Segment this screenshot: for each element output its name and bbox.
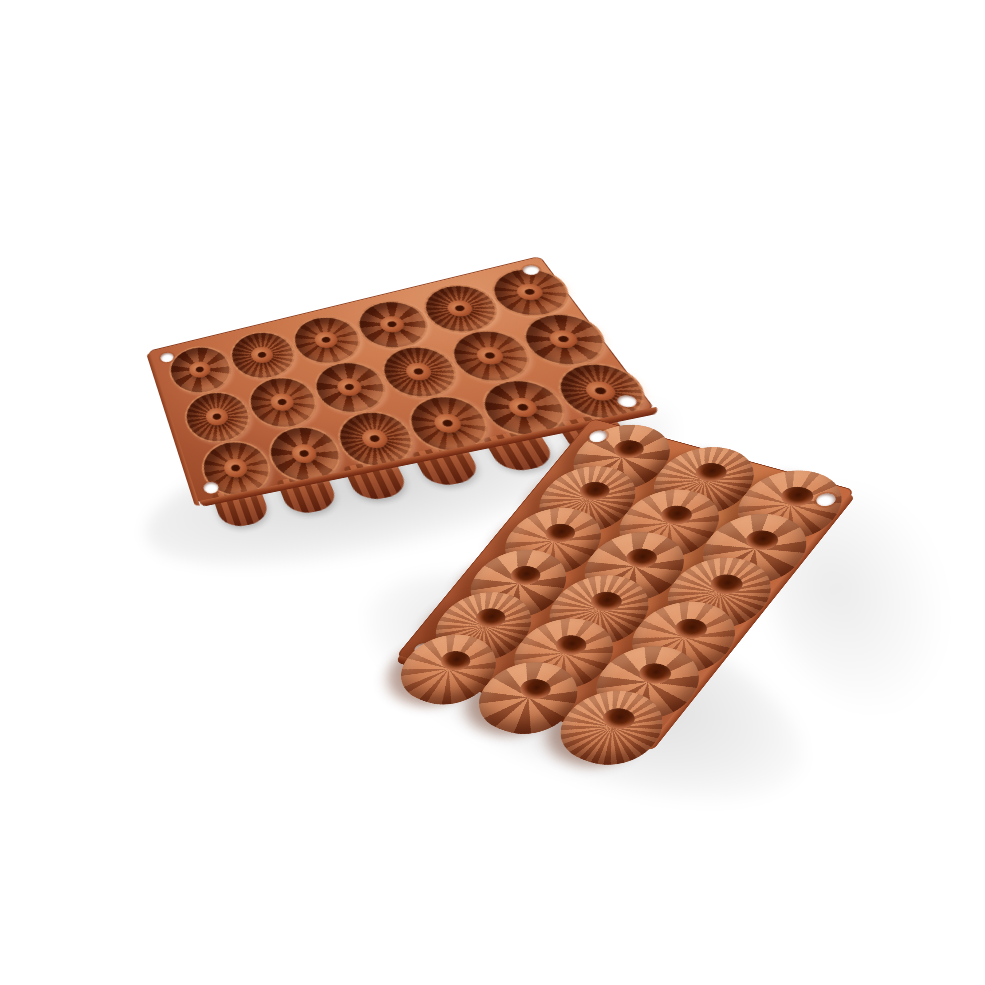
dome-crater (656, 503, 696, 527)
cavity-center-post (545, 328, 582, 350)
cavity-center-post (268, 391, 297, 413)
cavity-center-post (444, 298, 476, 319)
dome-crater (598, 705, 639, 732)
dome-crater (741, 528, 782, 553)
dome-crater (515, 676, 555, 702)
dome-crater (586, 589, 626, 614)
dome-crater (551, 632, 591, 658)
cavity-center-post (430, 411, 465, 435)
cavity-center-post (289, 442, 320, 465)
cavity-center-post (334, 376, 365, 398)
dome-crater (621, 546, 661, 571)
dome-crater (706, 572, 747, 597)
cavity-center-post (513, 281, 547, 302)
cavity-center-post (187, 360, 213, 380)
cavity-center-post (402, 361, 435, 383)
dome-crater (634, 660, 675, 686)
product-photo-stage (0, 0, 985, 985)
dome-crater (506, 563, 545, 587)
dome-crater (541, 521, 580, 545)
dome-crater (436, 648, 474, 673)
dome-crater (609, 438, 648, 461)
dome-crater (776, 484, 817, 508)
cavity-center-post (359, 427, 392, 450)
cavity-center-post (203, 406, 230, 427)
cavity-center-post (377, 314, 408, 335)
cavity-center-post (505, 395, 542, 419)
dome-crater (691, 460, 731, 484)
cavity-center-post (473, 345, 508, 367)
cavity-center-post (312, 330, 341, 350)
cavity-center-post (581, 379, 620, 403)
dome-crater (670, 616, 711, 642)
dome-crater (471, 606, 509, 631)
cavity-center-post (221, 457, 250, 480)
dome-crater (575, 479, 614, 502)
cavity-center-post (249, 345, 276, 365)
